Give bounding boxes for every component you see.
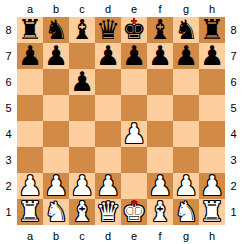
rank-label-4-left: 4 — [0, 121, 17, 147]
square-b4[interactable] — [43, 121, 69, 147]
square-c8[interactable]: ♝ — [69, 17, 95, 43]
rank-label-4-right: 4 — [225, 121, 242, 147]
white-knight[interactable]: ♞ — [43, 199, 69, 225]
square-c1[interactable]: ♝ — [69, 199, 95, 225]
file-label-b-top: b — [43, 1, 69, 17]
square-d6[interactable] — [95, 69, 121, 95]
white-rook[interactable]: ♜ — [199, 199, 225, 225]
square-c5[interactable] — [69, 95, 95, 121]
white-bishop[interactable]: ♝ — [147, 199, 173, 225]
square-e1[interactable]: ♚ — [121, 199, 147, 225]
square-c4[interactable] — [69, 121, 95, 147]
square-f6[interactable] — [147, 69, 173, 95]
square-f1[interactable]: ♝ — [147, 199, 173, 225]
rank-label-3-right: 3 — [225, 147, 242, 173]
file-label-c-bottom: c — [69, 228, 95, 244]
square-d5[interactable] — [95, 95, 121, 121]
black-pawn[interactable]: ♟ — [17, 43, 43, 69]
file-label-a-bottom: a — [17, 228, 43, 244]
file-label-g-top: g — [173, 1, 199, 17]
square-d7[interactable]: ♟ — [95, 43, 121, 69]
square-b7[interactable]: ♟ — [43, 43, 69, 69]
square-g4[interactable] — [173, 121, 199, 147]
square-h6[interactable] — [199, 69, 225, 95]
square-a7[interactable]: ♟ — [17, 43, 43, 69]
file-label-e-bottom: e — [121, 228, 147, 244]
rank-label-6-left: 6 — [0, 69, 17, 95]
black-pawn[interactable]: ♟ — [43, 43, 69, 69]
file-label-d-top: d — [95, 1, 121, 17]
black-pawn[interactable]: ♟ — [95, 43, 121, 69]
black-pawn[interactable]: ♟ — [199, 43, 225, 69]
rank-label-1-left: 1 — [0, 199, 17, 225]
white-king[interactable]: ♚ — [121, 199, 147, 225]
square-a1[interactable]: ♜ — [17, 199, 43, 225]
file-label-a-top: a — [17, 1, 43, 17]
rank-label-1-right: 1 — [225, 199, 242, 225]
square-e7[interactable]: ♟ — [121, 43, 147, 69]
rank-label-7-left: 7 — [0, 43, 17, 69]
file-label-h-top: h — [199, 1, 225, 17]
chess-board: ♜♞♝♛♚♝♞♜♟♟♟♟♟♟♟♟♟♟♟♟♟♟♟♟♜♞♝♛♚♝♞♜ — [17, 17, 225, 225]
square-a5[interactable] — [17, 95, 43, 121]
square-e4[interactable]: ♟ — [121, 121, 147, 147]
file-label-d-bottom: d — [95, 228, 121, 244]
black-pawn[interactable]: ♟ — [147, 43, 173, 69]
rank-label-5-left: 5 — [0, 95, 17, 121]
chess-board-diagram: ♜♞♝♛♚♝♞♜♟♟♟♟♟♟♟♟♟♟♟♟♟♟♟♟♜♞♝♛♚♝♞♜ aabbccd… — [0, 0, 242, 244]
file-label-e-top: e — [121, 1, 147, 17]
rank-label-8-left: 8 — [0, 17, 17, 43]
square-c6[interactable]: ♟ — [69, 69, 95, 95]
rank-label-8-right: 8 — [225, 17, 242, 43]
white-rook[interactable]: ♜ — [17, 199, 43, 225]
rank-label-5-right: 5 — [225, 95, 242, 121]
square-d4[interactable] — [95, 121, 121, 147]
square-f7[interactable]: ♟ — [147, 43, 173, 69]
black-pawn[interactable]: ♟ — [121, 43, 147, 69]
square-a4[interactable] — [17, 121, 43, 147]
rank-label-2-right: 2 — [225, 173, 242, 199]
square-g5[interactable] — [173, 95, 199, 121]
square-g7[interactable]: ♟ — [173, 43, 199, 69]
square-h4[interactable] — [199, 121, 225, 147]
white-queen[interactable]: ♛ — [95, 199, 121, 225]
file-label-c-top: c — [69, 1, 95, 17]
square-h5[interactable] — [199, 95, 225, 121]
square-f4[interactable] — [147, 121, 173, 147]
square-b1[interactable]: ♞ — [43, 199, 69, 225]
square-g1[interactable]: ♞ — [173, 199, 199, 225]
white-pawn[interactable]: ♟ — [121, 121, 147, 147]
square-h1[interactable]: ♜ — [199, 199, 225, 225]
rank-label-2-left: 2 — [0, 173, 17, 199]
file-label-h-bottom: h — [199, 228, 225, 244]
rank-label-3-left: 3 — [0, 147, 17, 173]
black-pawn[interactable]: ♟ — [69, 69, 95, 95]
square-a6[interactable] — [17, 69, 43, 95]
file-label-b-bottom: b — [43, 228, 69, 244]
white-knight[interactable]: ♞ — [173, 199, 199, 225]
rank-label-7-right: 7 — [225, 43, 242, 69]
file-label-f-bottom: f — [147, 228, 173, 244]
file-label-g-bottom: g — [173, 228, 199, 244]
square-e3[interactable] — [121, 147, 147, 173]
square-h7[interactable]: ♟ — [199, 43, 225, 69]
white-bishop[interactable]: ♝ — [69, 199, 95, 225]
square-e6[interactable] — [121, 69, 147, 95]
square-b6[interactable] — [43, 69, 69, 95]
square-f5[interactable] — [147, 95, 173, 121]
square-g6[interactable] — [173, 69, 199, 95]
rank-label-6-right: 6 — [225, 69, 242, 95]
black-bishop[interactable]: ♝ — [69, 17, 95, 43]
file-label-f-top: f — [147, 1, 173, 17]
square-b5[interactable] — [43, 95, 69, 121]
black-pawn[interactable]: ♟ — [173, 43, 199, 69]
square-d1[interactable]: ♛ — [95, 199, 121, 225]
